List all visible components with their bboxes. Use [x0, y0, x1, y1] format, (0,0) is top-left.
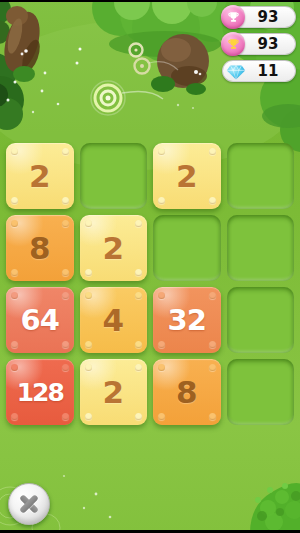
- tile-2: 2: [153, 143, 221, 209]
- rivet-dot: [85, 413, 92, 420]
- rivet-dot: [85, 269, 92, 276]
- rivet-dot: [62, 269, 69, 276]
- rivet-dot: [135, 220, 142, 227]
- tile-4: 4: [80, 287, 148, 353]
- rivet-dot: [62, 341, 69, 348]
- rivet-dot: [158, 413, 165, 420]
- empty-cell: [227, 359, 295, 425]
- rivet-dot: [158, 292, 165, 299]
- tile-number: 2: [102, 233, 124, 264]
- tile-number: 128: [17, 380, 63, 405]
- rivet-dot: [11, 413, 18, 420]
- letterbox-top: [0, 0, 300, 2]
- tile-number: 2: [176, 161, 198, 192]
- trophy-silver-icon: [221, 5, 245, 29]
- rivet-dot: [209, 364, 216, 371]
- rivet-dot: [62, 197, 69, 204]
- tile-number: 2: [29, 161, 51, 192]
- empty-cell: [227, 143, 295, 209]
- trophy-gold-icon: [221, 32, 245, 56]
- tile-number: 8: [176, 377, 198, 408]
- score-value: 93: [247, 7, 289, 27]
- tile-128: 128: [6, 359, 74, 425]
- close-button[interactable]: [8, 483, 50, 525]
- tile-number: 8: [29, 233, 51, 264]
- board-grid[interactable]: 22826443212828: [6, 143, 294, 425]
- tile-8: 8: [6, 215, 74, 281]
- tile-8: 8: [153, 359, 221, 425]
- score-badge-1: 93: [222, 6, 296, 28]
- rivet-dot: [209, 292, 216, 299]
- score-badge-2: 93: [222, 33, 296, 55]
- rivet-dot: [135, 341, 142, 348]
- rivet-dot: [62, 220, 69, 227]
- rivet-dot: [158, 341, 165, 348]
- rivet-dot: [135, 364, 142, 371]
- tile-32: 32: [153, 287, 221, 353]
- rivet-dot: [62, 413, 69, 420]
- rivet-dot: [85, 292, 92, 299]
- rivet-dot: [62, 292, 69, 299]
- rivet-dot: [135, 292, 142, 299]
- rivet-dot: [85, 364, 92, 371]
- rivet-dot: [209, 341, 216, 348]
- gem-count: 11: [247, 61, 289, 81]
- empty-cell: [153, 215, 221, 281]
- rivet-dot: [11, 220, 18, 227]
- rivet-dot: [85, 341, 92, 348]
- rivet-dot: [11, 292, 18, 299]
- tile-number: 64: [21, 306, 59, 335]
- rivet-dot: [85, 220, 92, 227]
- diamond-icon: [226, 63, 246, 81]
- game-screen: 93 93: [0, 0, 300, 533]
- rivet-dot: [11, 197, 18, 204]
- hud: 93 93: [222, 6, 296, 87]
- rivet-dot: [135, 269, 142, 276]
- rivet-dot: [62, 148, 69, 155]
- rivet-dot: [135, 413, 142, 420]
- rivet-dot: [209, 413, 216, 420]
- empty-cell: [227, 215, 295, 281]
- rivet-dot: [11, 148, 18, 155]
- tile-2: 2: [80, 359, 148, 425]
- tile-2: 2: [6, 143, 74, 209]
- tile-64: 64: [6, 287, 74, 353]
- rivet-dot: [209, 197, 216, 204]
- tile-2: 2: [80, 215, 148, 281]
- rivet-dot: [11, 269, 18, 276]
- rivet-dot: [158, 148, 165, 155]
- rivet-dot: [158, 364, 165, 371]
- tile-number: 4: [102, 305, 124, 336]
- tile-number: 32: [168, 306, 206, 335]
- empty-cell: [227, 287, 295, 353]
- score-value: 93: [247, 34, 289, 54]
- rivet-dot: [11, 364, 18, 371]
- tile-number: 2: [102, 377, 124, 408]
- rivet-dot: [158, 197, 165, 204]
- rivet-dot: [62, 364, 69, 371]
- rivet-dot: [209, 148, 216, 155]
- gem-badge: 11: [222, 60, 296, 82]
- rivet-dot: [11, 341, 18, 348]
- empty-cell: [80, 143, 148, 209]
